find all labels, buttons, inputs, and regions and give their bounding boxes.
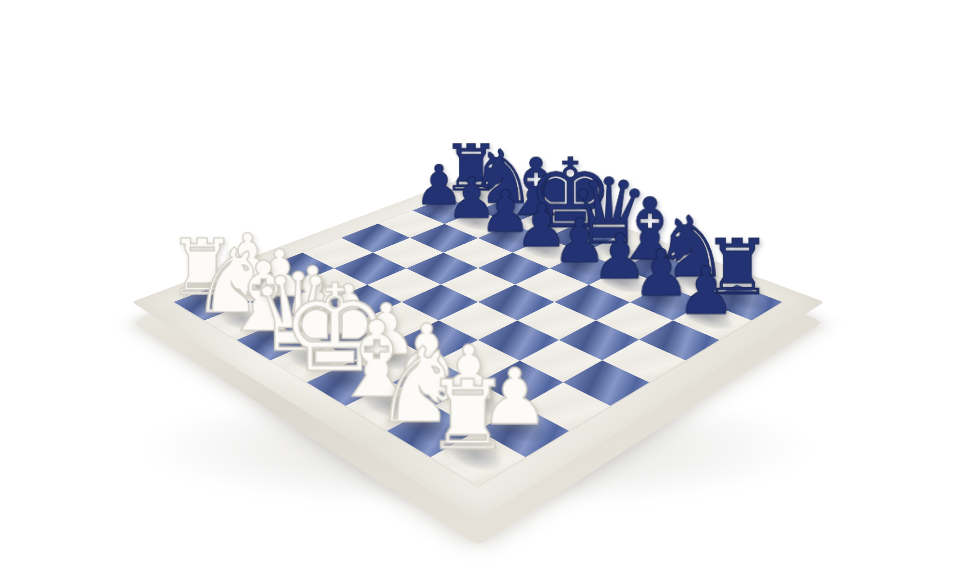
blue-pawn-icon: ♟ bbox=[634, 258, 779, 324]
product-photo-canvas: ♜♞♝♚♛♝♞♜♟♟♟♟♟♟♟♟♟♟♟♟♟♟♟♟♜♞♝♛♚♝♞♜ bbox=[0, 0, 959, 575]
white-rook-icon: ♜ bbox=[379, 368, 554, 463]
